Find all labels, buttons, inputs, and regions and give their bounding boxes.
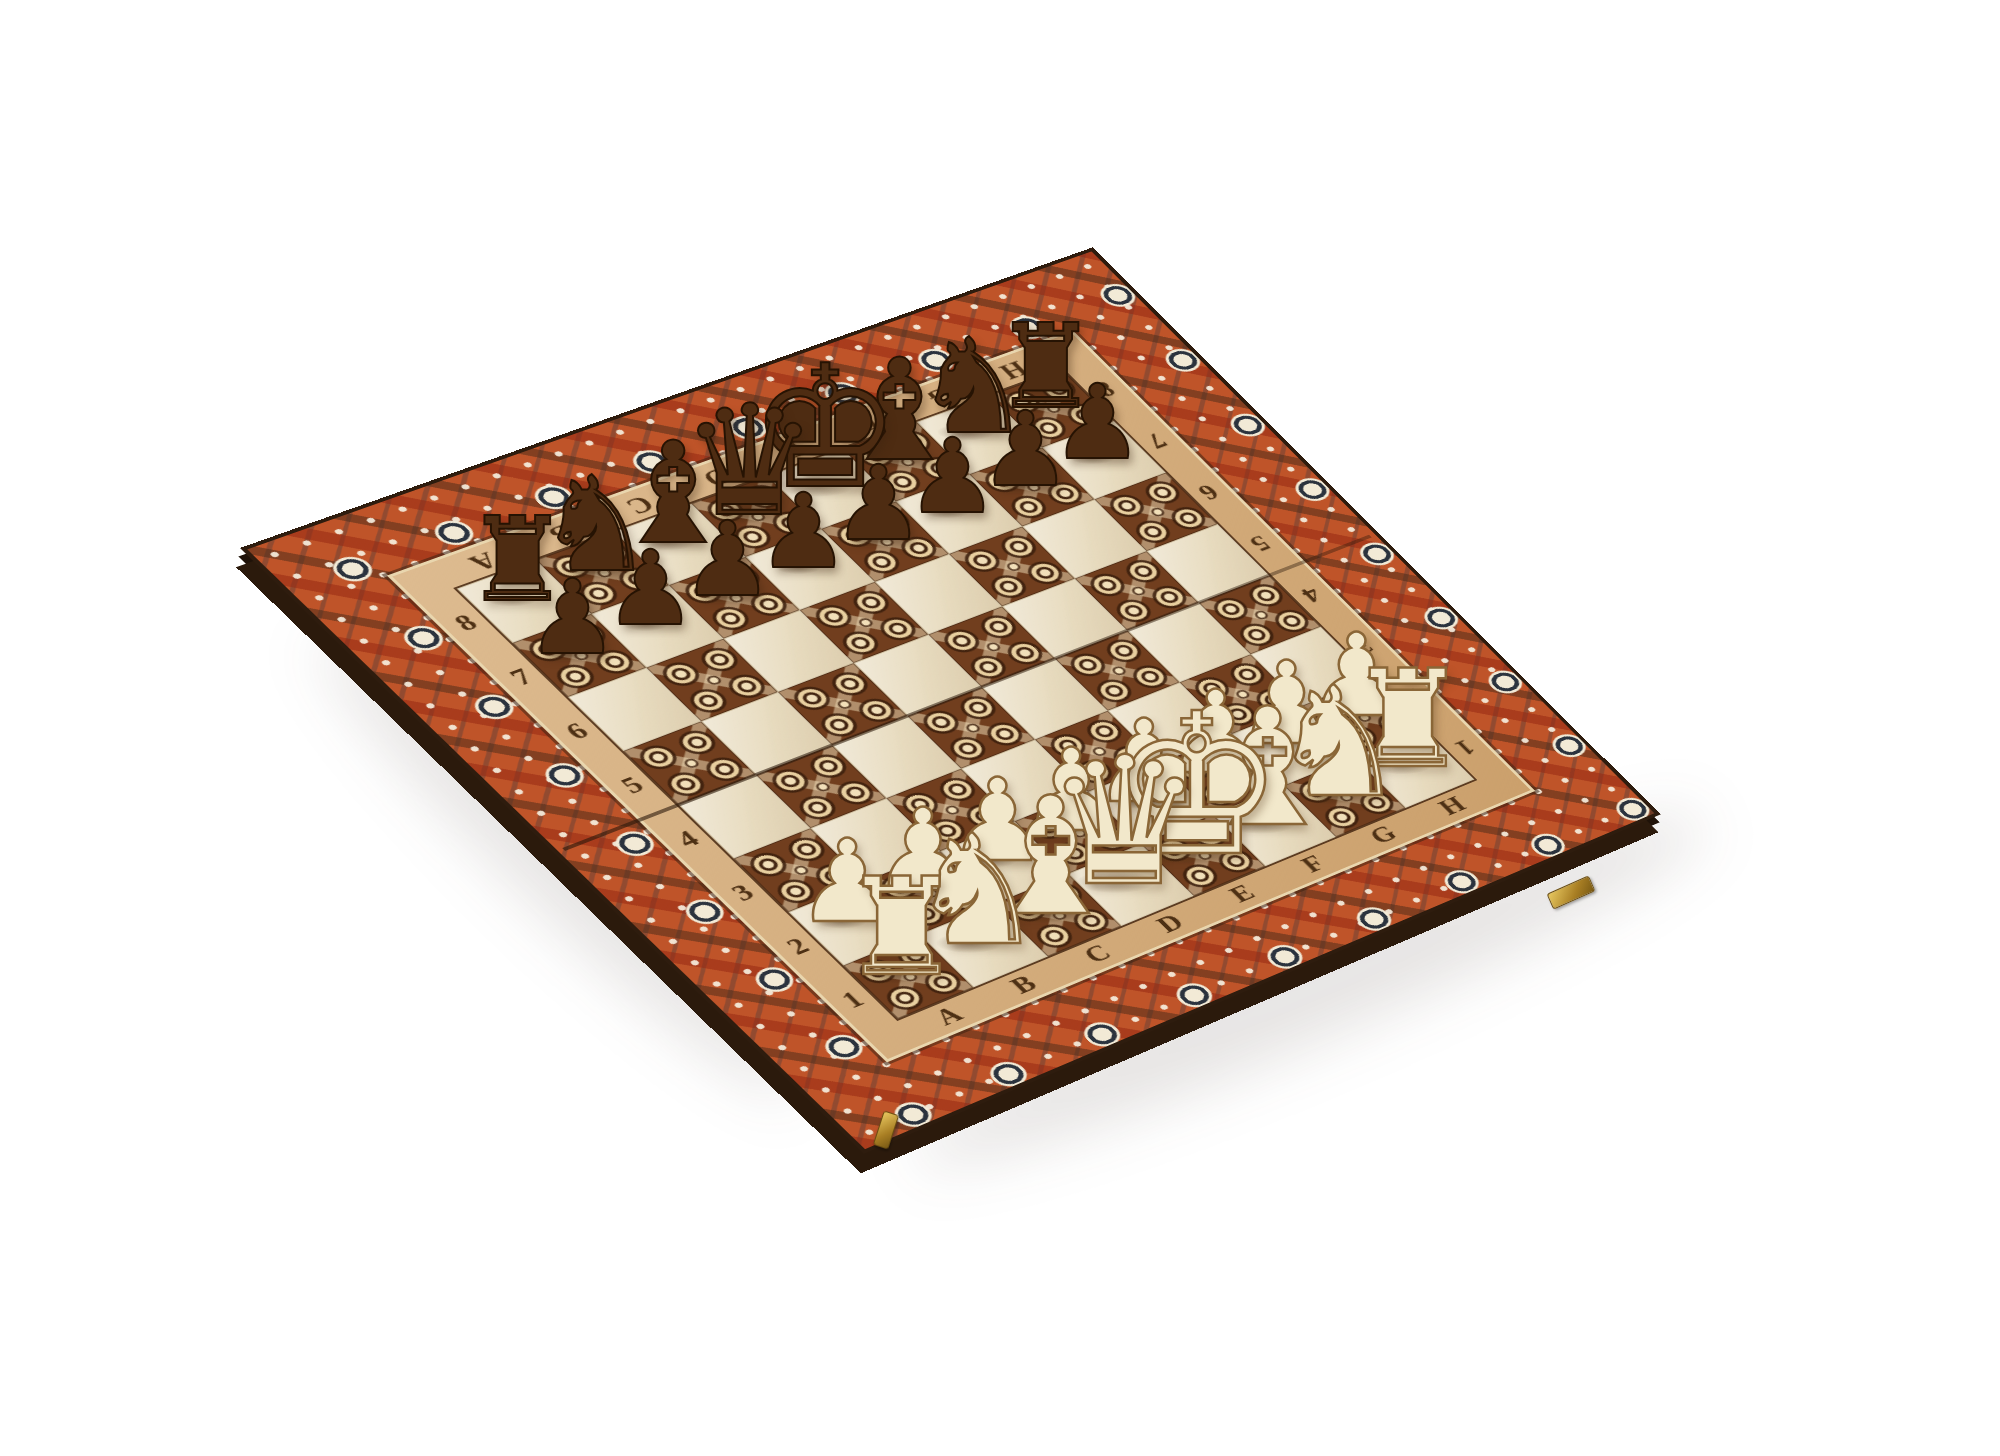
photo-canvas: AA88BB77CC66DD55EE44FF33GG22HH11 ♜♞♟♝♟♚♟… <box>0 0 2000 1456</box>
chess-board: AA88BB77CC66DD55EE44FF33GG22HH11 <box>240 247 1661 1153</box>
